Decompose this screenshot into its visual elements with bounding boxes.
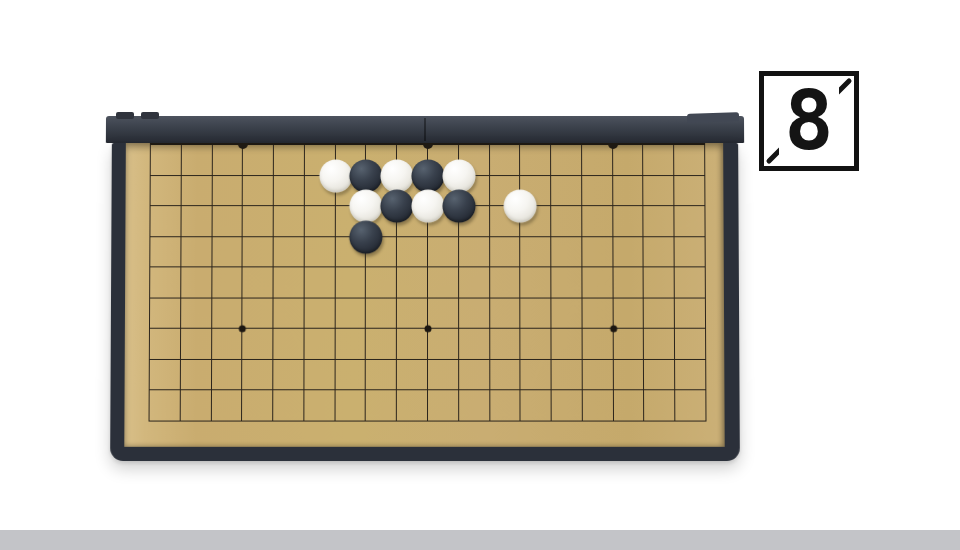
grid-cell (459, 176, 490, 207)
grid-cell (212, 329, 243, 360)
grid-cell (274, 176, 305, 207)
grid-cell (551, 237, 582, 268)
grid-cell (243, 145, 274, 176)
grid-cell (583, 391, 614, 422)
grid-cell (305, 176, 336, 207)
grid-cell (397, 237, 428, 268)
grid-cell (675, 268, 706, 299)
grid-cell (490, 145, 521, 176)
grid-cell (397, 329, 428, 360)
grid-cell (181, 237, 212, 268)
grid-cell (366, 145, 397, 176)
grid-cell (274, 237, 305, 268)
grid-cell (397, 360, 428, 391)
grid-cell (397, 176, 428, 207)
grid-cell (459, 145, 490, 176)
grid-cell (150, 329, 181, 360)
grid-cell (182, 145, 213, 176)
grid-cell (273, 360, 304, 391)
grid-cell (551, 206, 582, 237)
grid-cell (304, 360, 335, 391)
grid-cell (582, 206, 613, 237)
grid-cell (428, 268, 459, 299)
grid-cell (150, 391, 181, 422)
grid-cell (521, 237, 552, 268)
image-count-number: 8 (779, 85, 838, 157)
grid-cell (459, 391, 490, 422)
grid-cell (304, 298, 335, 329)
grid-cell (150, 360, 181, 391)
grid-cell (613, 237, 644, 268)
grid-cell (150, 298, 181, 329)
grid-cell (242, 360, 273, 391)
grid-cell (490, 298, 521, 329)
grid-cell (490, 176, 521, 207)
grid-cell (242, 391, 273, 422)
grid-cell (397, 391, 428, 422)
grid-cell (397, 206, 428, 237)
grid-cell (212, 298, 243, 329)
bottom-bar (0, 530, 960, 550)
grid-cell (521, 391, 552, 422)
grid-cell (243, 329, 274, 360)
grid-cell (614, 391, 645, 422)
grid-cell (613, 268, 644, 299)
grid-cell (490, 206, 521, 237)
grid-cell (273, 329, 304, 360)
grid-cell (459, 206, 490, 237)
grid-cell (335, 298, 366, 329)
grid-cell (150, 206, 181, 237)
grid-cell (274, 268, 305, 299)
grid-cell (366, 391, 397, 422)
grid-cell (613, 329, 644, 360)
grid-cell (552, 298, 583, 329)
grid-cell (644, 176, 675, 207)
board-frame (110, 143, 740, 461)
grid-cell (181, 329, 212, 360)
grid-cell (304, 391, 335, 422)
grid-cell (335, 360, 366, 391)
grid-cell (212, 360, 243, 391)
grid-cell (520, 145, 551, 176)
grid-cell (212, 237, 243, 268)
grid-cell (459, 268, 490, 299)
grid-cell (304, 329, 335, 360)
grid-cell (366, 360, 397, 391)
grid-cell (521, 360, 552, 391)
grid-cell (335, 268, 366, 299)
grid-cell (552, 360, 583, 391)
clasp-icon (687, 112, 739, 123)
grid-cell (336, 145, 367, 176)
grid-cell (552, 391, 583, 422)
grid-cell (582, 145, 613, 176)
grid-cell (397, 268, 428, 299)
grid-cell (243, 176, 274, 207)
grid-cell (644, 268, 675, 299)
grid-cell (613, 206, 644, 237)
grid-cell (181, 298, 212, 329)
grid-cell (366, 206, 397, 237)
grid-cell (490, 360, 521, 391)
grid-cell (428, 237, 459, 268)
grid-cell (181, 360, 212, 391)
grid-cell (243, 298, 274, 329)
grid-cell (675, 298, 706, 329)
product-photo-canvas: 8 (0, 0, 960, 550)
grid-cell (675, 237, 706, 268)
grid-cell (490, 237, 521, 268)
grid-cell (613, 176, 644, 207)
grid-cell (305, 237, 336, 268)
grid-cell (521, 268, 552, 299)
grid-cell (243, 268, 274, 299)
grid-cell (675, 391, 706, 422)
grid-cell (490, 329, 521, 360)
grid-cell (151, 145, 182, 176)
grid-cell (644, 237, 675, 268)
grid-cell (181, 268, 212, 299)
board-surface (124, 143, 724, 447)
grid-cell (613, 298, 644, 329)
grid-cell (243, 206, 274, 237)
grid-cell (180, 391, 211, 422)
grid-cell (644, 298, 675, 329)
grid-cell (490, 268, 521, 299)
grid-cell (150, 268, 181, 299)
grid-cell (521, 329, 552, 360)
grid-cell (644, 145, 675, 176)
grid-cell (212, 268, 243, 299)
grid-cell (181, 206, 212, 237)
grid-cell (644, 391, 675, 422)
grid-cell (551, 268, 582, 299)
grid-cell (273, 391, 304, 422)
grid-cell (366, 329, 397, 360)
grid-cell (675, 206, 706, 237)
grid-cell (150, 237, 181, 268)
grid-cell (551, 176, 582, 207)
go-board (104, 116, 746, 462)
grid-cell (552, 329, 583, 360)
grid-cell (613, 360, 644, 391)
grid-cell (459, 360, 490, 391)
grid-cell (366, 298, 397, 329)
grid-cell (212, 176, 243, 207)
grid-cell (336, 176, 367, 207)
grid-cell (644, 206, 675, 237)
grid-cell (675, 329, 706, 360)
grid-cell (675, 360, 706, 391)
grid-cell (582, 237, 613, 268)
grid-cell (212, 206, 243, 237)
go-grid (149, 143, 707, 422)
grid-cell (335, 237, 366, 268)
hinge-icon (116, 112, 134, 119)
grid-cell (335, 206, 366, 237)
image-count-badge: 8 (759, 71, 859, 171)
grid-cell (428, 145, 459, 176)
hinge-icon (141, 112, 159, 119)
grid-cell (520, 206, 551, 237)
grid-cell (397, 298, 428, 329)
grid-cell (428, 360, 459, 391)
grid-cell (582, 298, 613, 329)
grid-cell (211, 391, 242, 422)
grid-cell (428, 391, 459, 422)
grid-cell (366, 237, 397, 268)
grid-cell (335, 391, 366, 422)
grid-cell (181, 176, 212, 207)
grid-cell (274, 298, 305, 329)
fold-seam (424, 118, 426, 141)
board-frame-top-rail (106, 116, 744, 143)
grid-cell (551, 145, 582, 176)
grid-cell (305, 206, 336, 237)
grid-cell (151, 176, 182, 207)
grid-cell (428, 298, 459, 329)
grid-cell (397, 145, 428, 176)
grid-cell (212, 145, 243, 176)
grid-cell (366, 176, 397, 207)
grid-cell (274, 206, 305, 237)
grid-cell (521, 298, 552, 329)
grid-cell (274, 145, 305, 176)
grid-cell (305, 145, 336, 176)
grid-cell (428, 176, 459, 207)
grid-cell (520, 176, 551, 207)
grid-cell (582, 329, 613, 360)
grid-cell (459, 298, 490, 329)
grid-cell (243, 237, 274, 268)
grid-cell (674, 176, 705, 207)
grid-cell (428, 206, 459, 237)
grid-cell (582, 176, 613, 207)
grid-cell (459, 329, 490, 360)
grid-cell (613, 145, 644, 176)
grid-cell (335, 329, 366, 360)
grid-cell (490, 391, 521, 422)
grid-cell (674, 145, 705, 176)
grid-cell (304, 268, 335, 299)
grid-cell (583, 360, 614, 391)
grid-cell (459, 237, 490, 268)
grid-cell (428, 329, 459, 360)
grid-cell (366, 268, 397, 299)
grid-cell (582, 268, 613, 299)
grid-cell (644, 360, 675, 391)
grid-cell (644, 329, 675, 360)
